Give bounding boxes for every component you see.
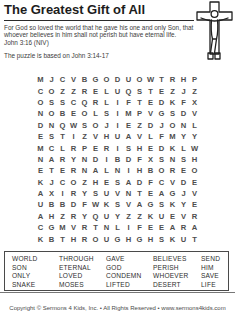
grid-cell[interactable]: V: [68, 222, 79, 233]
grid-cell[interactable]: A: [46, 154, 57, 165]
page-title: The Greatest Gift of All: [4, 2, 194, 21]
grid-cell[interactable]: B: [112, 154, 123, 165]
word-bank-item: SNAKE: [12, 281, 59, 290]
grid-cell[interactable]: N: [178, 120, 189, 131]
word-bank-column: THROUGHETERNALLOVEDMOSES: [59, 255, 106, 290]
grid-cell[interactable]: S: [46, 131, 57, 142]
grid-cell[interactable]: S: [178, 154, 189, 165]
grid-cell[interactable]: Y: [189, 131, 200, 142]
grid-cell[interactable]: N: [167, 154, 178, 165]
grid-cell[interactable]: D: [156, 142, 167, 153]
grid-cell[interactable]: X: [189, 97, 200, 108]
grid-cell[interactable]: L: [101, 97, 112, 108]
grid-cell[interactable]: L: [101, 85, 112, 96]
grid-cell[interactable]: D: [156, 97, 167, 108]
grid-cell[interactable]: T: [57, 233, 68, 244]
grid-cell[interactable]: U: [112, 85, 123, 96]
grid-cell[interactable]: N: [123, 188, 134, 199]
word-bank-item: SAVE: [201, 272, 228, 281]
grid-cell[interactable]: A: [123, 177, 134, 188]
grid-cell[interactable]: E: [68, 108, 79, 119]
grid-cell[interactable]: L: [101, 165, 112, 176]
grid-cell[interactable]: H: [101, 131, 112, 142]
grid-cell[interactable]: R: [68, 142, 79, 153]
grid-cell[interactable]: L: [112, 222, 123, 233]
grid-cell[interactable]: Y: [68, 154, 79, 165]
grid-cell[interactable]: E: [90, 142, 101, 153]
grid-cell[interactable]: E: [35, 165, 46, 176]
grid-cell[interactable]: R: [79, 85, 90, 96]
grid-cell[interactable]: Z: [57, 211, 68, 222]
grid-cell[interactable]: R: [79, 233, 90, 244]
copyright-text: Copyright © Sermons 4 Kids, Inc. • All R…: [9, 305, 225, 311]
grid-cell[interactable]: Z: [167, 85, 178, 96]
grid-cell[interactable]: D: [178, 177, 189, 188]
verse-line: For God so loved the world that he gave …: [4, 24, 193, 38]
grid-cell[interactable]: R: [167, 74, 178, 85]
grid-cell[interactable]: O: [46, 85, 57, 96]
grid-cell[interactable]: L: [189, 120, 200, 131]
grid-cell[interactable]: D: [123, 154, 134, 165]
grid-cell[interactable]: H: [145, 233, 156, 244]
grid-cell[interactable]: J: [46, 177, 57, 188]
grid-cell[interactable]: C: [35, 85, 46, 96]
grid-cell[interactable]: S: [79, 120, 90, 131]
grid-cell[interactable]: I: [112, 142, 123, 153]
word-bank-item: DESERT: [153, 281, 201, 290]
grid-cell[interactable]: L: [145, 131, 156, 142]
word-bank-item: WORLD: [12, 255, 59, 264]
grid-cell[interactable]: Q: [57, 120, 68, 131]
grid-cell[interactable]: Q: [90, 211, 101, 222]
grid-cell[interactable]: H: [68, 233, 79, 244]
grid-cell[interactable]: L: [57, 142, 68, 153]
grid-cell[interactable]: E: [90, 85, 101, 96]
grid-cell[interactable]: T: [145, 85, 156, 96]
grid-cell[interactable]: P: [189, 74, 200, 85]
grid-cell[interactable]: J: [156, 120, 167, 131]
grid-cell[interactable]: J: [178, 85, 189, 96]
grid-cell[interactable]: V: [189, 188, 200, 199]
grid-cell[interactable]: S: [112, 177, 123, 188]
grid-cell[interactable]: C: [68, 97, 79, 108]
grid-cell[interactable]: R: [90, 97, 101, 108]
word-bank-item: MOSES: [59, 281, 106, 290]
grid-cell[interactable]: F: [178, 97, 189, 108]
letter-grid: MJCVBGODUOWTRHPCOZZRELUQSTEZJZOSSCQRLIFT…: [35, 74, 200, 245]
grid-cell[interactable]: X: [145, 154, 156, 165]
grid-cell[interactable]: K: [101, 199, 112, 210]
grid-cell[interactable]: P: [79, 142, 90, 153]
grid-cell[interactable]: A: [156, 188, 167, 199]
grid-cell[interactable]: E: [156, 85, 167, 96]
grid-cell[interactable]: U: [123, 74, 134, 85]
grid-cell[interactable]: F: [79, 199, 90, 210]
grid-cell[interactable]: O: [68, 177, 79, 188]
grid-cell[interactable]: U: [112, 131, 123, 142]
grid-cell[interactable]: B: [46, 199, 57, 210]
grid-cell[interactable]: Z: [189, 85, 200, 96]
grid-cell[interactable]: G: [90, 74, 101, 85]
grid-cell[interactable]: E: [145, 97, 156, 108]
grid-cell[interactable]: S: [167, 108, 178, 119]
grid-cell[interactable]: E: [189, 177, 200, 188]
grid-cell[interactable]: G: [46, 222, 57, 233]
grid-cell[interactable]: Y: [79, 188, 90, 199]
verse-text: For God so loved the world that he gave …: [4, 24, 194, 46]
grid-cell[interactable]: S: [156, 154, 167, 165]
grid-cell[interactable]: B: [79, 74, 90, 85]
grid-cell[interactable]: R: [79, 222, 90, 233]
grid-cell[interactable]: R: [68, 211, 79, 222]
grid-cell[interactable]: E: [123, 120, 134, 131]
word-bank-item: GOD: [106, 264, 153, 273]
word-bank-item: LIFE: [201, 281, 228, 290]
grid-cell[interactable]: O: [35, 97, 46, 108]
grid-cell[interactable]: N: [79, 154, 90, 165]
grid-cell[interactable]: U: [35, 199, 46, 210]
grid-cell[interactable]: E: [145, 142, 156, 153]
grid-cell[interactable]: U: [101, 188, 112, 199]
grid-cell[interactable]: T: [90, 222, 101, 233]
grid-cell[interactable]: N: [79, 165, 90, 176]
grid-cell[interactable]: R: [101, 142, 112, 153]
word-bank-item: ETERNAL: [59, 264, 106, 273]
grid-cell[interactable]: A: [189, 222, 200, 233]
grid-cell[interactable]: O: [46, 108, 57, 119]
grid-cell[interactable]: U: [156, 211, 167, 222]
word-bank-item: ONLY: [12, 272, 59, 281]
word-bank-column: GAVEGODCONDEMNLIFTED: [106, 255, 153, 290]
grid-cell[interactable]: T: [156, 74, 167, 85]
grid-cell[interactable]: A: [35, 211, 46, 222]
word-bank-item: BELIEVES: [153, 255, 201, 264]
grid-cell[interactable]: O: [90, 233, 101, 244]
grid-cell[interactable]: Y: [178, 199, 189, 210]
grid-cell[interactable]: V: [134, 131, 145, 142]
grid-cell[interactable]: R: [178, 222, 189, 233]
grid-cell[interactable]: S: [134, 85, 145, 96]
grid-cell[interactable]: G: [134, 233, 145, 244]
grid-cell[interactable]: M: [35, 142, 46, 153]
grid-cell[interactable]: W: [145, 74, 156, 85]
grid-cell[interactable]: S: [46, 97, 57, 108]
word-bank-item: CONDEMN: [106, 272, 153, 281]
grid-cell[interactable]: H: [189, 154, 200, 165]
grid-cell[interactable]: A: [90, 165, 101, 176]
word-bank-item: LOVED: [59, 272, 106, 281]
grid-cell[interactable]: E: [145, 222, 156, 233]
grid-cell[interactable]: M: [167, 131, 178, 142]
grid-cell[interactable]: J: [101, 120, 112, 131]
grid-cell[interactable]: E: [167, 211, 178, 222]
grid-cell[interactable]: S: [156, 199, 167, 210]
grid-cell[interactable]: D: [68, 199, 79, 210]
grid-cell[interactable]: H: [90, 177, 101, 188]
word-bank-item: WHOEVER: [153, 272, 201, 281]
grid-cell[interactable]: U: [101, 211, 112, 222]
grid-cell[interactable]: N: [46, 120, 57, 131]
grid-cell[interactable]: O: [189, 165, 200, 176]
word-bank-item: LIFTED: [106, 281, 153, 290]
word-bank-item: PERISH: [153, 264, 201, 273]
grid-cell[interactable]: D: [90, 154, 101, 165]
grid-cell[interactable]: L: [178, 142, 189, 153]
grid-cell[interactable]: T: [134, 97, 145, 108]
crucifix-icon: [196, 1, 233, 62]
grid-cell[interactable]: V: [112, 188, 123, 199]
grid-cell[interactable]: Z: [134, 211, 145, 222]
grid-cell[interactable]: E: [35, 131, 46, 142]
grid-cell[interactable]: N: [35, 154, 46, 165]
grid-cell[interactable]: C: [57, 74, 68, 85]
grid-cell[interactable]: K: [167, 199, 178, 210]
grid-cell[interactable]: E: [156, 222, 167, 233]
grid-cell[interactable]: U: [101, 233, 112, 244]
grid-cell[interactable]: W: [189, 142, 200, 153]
grid-cell[interactable]: R: [189, 211, 200, 222]
grid-cell[interactable]: X: [46, 188, 57, 199]
grid-cell[interactable]: F: [134, 154, 145, 165]
grid-cell[interactable]: V: [145, 108, 156, 119]
grid-cell[interactable]: Y: [79, 211, 90, 222]
grid-cell[interactable]: R: [167, 165, 178, 176]
grid-cell[interactable]: Q: [123, 85, 134, 96]
grid-cell[interactable]: U: [178, 233, 189, 244]
grid-cell[interactable]: G: [156, 108, 167, 119]
grid-cell[interactable]: T: [189, 233, 200, 244]
grid-cell[interactable]: D: [178, 108, 189, 119]
grid-cell[interactable]: O: [90, 120, 101, 131]
grid-cell[interactable]: J: [178, 188, 189, 199]
grid-cell[interactable]: K: [35, 177, 46, 188]
grid-cell[interactable]: B: [46, 233, 57, 244]
grid-cell[interactable]: Y: [112, 211, 123, 222]
grid-cell[interactable]: Z: [134, 120, 145, 131]
grid-cell[interactable]: R: [57, 154, 68, 165]
grid-cell[interactable]: T: [46, 165, 57, 176]
grid-cell[interactable]: C: [57, 177, 68, 188]
grid-cell[interactable]: I: [123, 165, 134, 176]
grid-cell[interactable]: I: [68, 131, 79, 142]
grid-cell[interactable]: M: [57, 222, 68, 233]
grid-cell[interactable]: V: [178, 211, 189, 222]
grid-cell[interactable]: S: [123, 142, 134, 153]
grid-cell[interactable]: I: [112, 108, 123, 119]
word-bank-item: SEND: [201, 255, 228, 264]
puzzle-note: The puzzle is based on John 3:14-17: [4, 52, 194, 59]
grid-cell[interactable]: G: [112, 233, 123, 244]
grid-cell[interactable]: T: [57, 131, 68, 142]
grid-cell[interactable]: O: [134, 74, 145, 85]
word-bank-item: THROUGH: [59, 255, 106, 264]
worksheet-page: The Greatest Gift of All For God so love…: [0, 0, 235, 318]
grid-cell[interactable]: I: [57, 188, 68, 199]
grid-cell[interactable]: A: [167, 222, 178, 233]
grid-cell[interactable]: B: [57, 199, 68, 210]
grid-cell[interactable]: S: [156, 233, 167, 244]
grid-cell[interactable]: S: [57, 97, 68, 108]
verse-reference: John 3:16 (NIV): [4, 39, 49, 46]
grid-cell[interactable]: J: [46, 74, 57, 85]
word-bank-item: HIM: [201, 264, 228, 273]
grid-cell[interactable]: R: [68, 165, 79, 176]
grid-cell[interactable]: F: [156, 131, 167, 142]
grid-cell[interactable]: A: [134, 199, 145, 210]
grid-cell[interactable]: P: [134, 108, 145, 119]
grid-cell[interactable]: B: [145, 165, 156, 176]
grid-cell[interactable]: H: [46, 211, 57, 222]
grid-cell[interactable]: S: [90, 188, 101, 199]
grid-cell[interactable]: D: [112, 74, 123, 85]
grid-cell[interactable]: V: [167, 177, 178, 188]
grid-cell[interactable]: A: [123, 131, 134, 142]
grid-cell[interactable]: K: [167, 97, 178, 108]
grid-cell[interactable]: I: [112, 97, 123, 108]
grid-cell[interactable]: M: [35, 74, 46, 85]
grid-cell[interactable]: M: [123, 108, 134, 119]
grid-cell[interactable]: O: [167, 120, 178, 131]
footer: Copyright © Sermons 4 Kids, Inc. • All R…: [0, 292, 235, 314]
grid-cell[interactable]: H: [134, 165, 145, 176]
word-bank-column: SENDHIMSAVELIFE: [201, 255, 228, 290]
grid-cell[interactable]: Z: [123, 211, 134, 222]
grid-cell[interactable]: E: [57, 165, 68, 176]
grid-cell[interactable]: T: [134, 188, 145, 199]
grid-cell[interactable]: W: [68, 120, 79, 131]
grid-cell[interactable]: V: [123, 199, 134, 210]
grid-cell[interactable]: E: [145, 188, 156, 199]
word-bank-item: GAVE: [106, 255, 153, 264]
grid-cell[interactable]: K: [167, 142, 178, 153]
grid-cell[interactable]: O: [156, 165, 167, 176]
grid-cell[interactable]: O: [101, 74, 112, 85]
grid-cell[interactable]: Y: [178, 131, 189, 142]
word-bank-column: BELIEVESPERISHWHOEVERDESERT: [153, 255, 201, 290]
grid-cell[interactable]: C: [156, 177, 167, 188]
grid-cell[interactable]: Z: [68, 85, 79, 96]
grid-cell[interactable]: N: [35, 108, 46, 119]
grid-cell[interactable]: D: [145, 120, 156, 131]
grid-cell[interactable]: F: [145, 177, 156, 188]
grid-cell[interactable]: B: [57, 108, 68, 119]
grid-cell[interactable]: R: [68, 188, 79, 199]
grid-cell[interactable]: K: [167, 233, 178, 244]
header: The Greatest Gift of All For God so love…: [4, 2, 194, 59]
grid-cell[interactable]: W: [90, 199, 101, 210]
grid-cell[interactable]: I: [123, 222, 134, 233]
grid-cell[interactable]: C: [35, 222, 46, 233]
grid-cell[interactable]: F: [134, 222, 145, 233]
grid-cell[interactable]: V: [189, 108, 200, 119]
grid-cell[interactable]: Q: [79, 97, 90, 108]
word-bank: WORLDSONONLYSNAKETHROUGHETERNALLOVEDMOSE…: [4, 251, 229, 291]
grid-cell[interactable]: D: [134, 177, 145, 188]
word-bank-item: SON: [12, 264, 59, 273]
grid-cell[interactable]: S: [112, 199, 123, 210]
grid-cell[interactable]: H: [178, 74, 189, 85]
grid-cell[interactable]: K: [145, 211, 156, 222]
grid-cell[interactable]: F: [123, 97, 134, 108]
grid-cell[interactable]: I: [112, 120, 123, 131]
grid-cell[interactable]: Z: [79, 177, 90, 188]
word-bank-column: WORLDSONONLYSNAKE: [12, 255, 59, 290]
grid-cell[interactable]: Z: [57, 85, 68, 96]
grid-cell[interactable]: E: [101, 177, 112, 188]
grid-cell[interactable]: N: [112, 165, 123, 176]
grid-cell[interactable]: D: [35, 120, 46, 131]
grid-cell[interactable]: I: [101, 154, 112, 165]
grid-cell[interactable]: C: [46, 142, 57, 153]
grid-cell[interactable]: V: [90, 131, 101, 142]
grid-cell[interactable]: V: [68, 74, 79, 85]
grid-cell[interactable]: H: [134, 142, 145, 153]
grid-cell[interactable]: E: [178, 165, 189, 176]
grid-cell[interactable]: O: [79, 108, 90, 119]
grid-cell[interactable]: L: [90, 108, 101, 119]
grid-cell[interactable]: G: [145, 199, 156, 210]
grid-cell[interactable]: Z: [79, 131, 90, 142]
grid-cell[interactable]: H: [123, 233, 134, 244]
grid-cell[interactable]: K: [35, 233, 46, 244]
grid-cell[interactable]: E: [189, 199, 200, 210]
grid-cell[interactable]: G: [167, 188, 178, 199]
grid-cell[interactable]: A: [35, 188, 46, 199]
grid-cell[interactable]: S: [101, 108, 112, 119]
grid-cell[interactable]: N: [101, 222, 112, 233]
